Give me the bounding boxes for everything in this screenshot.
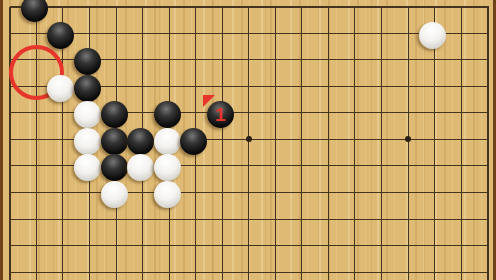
grid-line-v <box>301 7 302 280</box>
white-stone <box>74 101 101 128</box>
grid-line-v <box>408 7 409 280</box>
star-point <box>246 136 252 142</box>
move-number-label: 1 <box>207 101 234 128</box>
board-left-edge <box>0 0 3 280</box>
white-stone <box>154 128 181 155</box>
black-stone <box>101 128 128 155</box>
black-stone <box>101 154 128 181</box>
grid-line-h <box>10 272 489 273</box>
go-board[interactable]: 1 <box>0 0 496 280</box>
grid-line-h <box>10 245 489 246</box>
black-stone <box>180 128 207 155</box>
white-stone <box>47 75 74 102</box>
white-stone <box>154 154 181 181</box>
grid-line-v <box>222 7 223 280</box>
white-stone <box>127 154 154 181</box>
grid-line-h <box>10 219 489 220</box>
white-stone <box>419 22 446 49</box>
black-stone <box>101 101 128 128</box>
white-stone <box>154 181 181 208</box>
grid-line-v <box>487 7 489 280</box>
grid-line-h <box>10 33 489 34</box>
grid-line-v <box>9 7 11 280</box>
star-point <box>405 136 411 142</box>
grid-line-v <box>328 7 329 280</box>
black-stone <box>74 75 101 102</box>
white-stone <box>74 154 101 181</box>
grid-line-v <box>354 7 355 280</box>
grid-line-v <box>461 7 462 280</box>
black-stone <box>47 22 74 49</box>
grid-line-h <box>10 192 489 193</box>
grid-line-v <box>381 7 382 280</box>
white-stone <box>101 181 128 208</box>
grid-line-h <box>10 6 489 8</box>
white-stone <box>74 128 101 155</box>
black-stone: 1 <box>207 101 234 128</box>
grid-line-v <box>275 7 276 280</box>
grid-line-v <box>248 7 249 280</box>
black-stone <box>74 48 101 75</box>
black-stone <box>127 128 154 155</box>
black-stone <box>154 101 181 128</box>
black-stone <box>21 0 48 22</box>
